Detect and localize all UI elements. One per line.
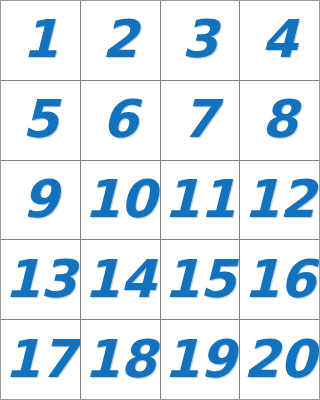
number-label: 17	[4, 333, 76, 385]
number-label: 12	[243, 173, 315, 225]
number-label: 2	[102, 13, 138, 65]
grid-cell-12: 12	[240, 161, 319, 240]
grid-cell-4: 4	[240, 1, 319, 80]
grid-cell-6: 6	[81, 81, 160, 160]
number-label: 7	[182, 93, 218, 145]
grid-cell-13: 13	[1, 240, 80, 319]
number-label: 8	[262, 93, 298, 145]
grid-cell-11: 11	[161, 161, 240, 240]
grid-cell-9: 9	[1, 161, 80, 240]
number-label: 9	[22, 173, 58, 225]
number-label: 14	[84, 253, 156, 305]
grid-cell-15: 15	[161, 240, 240, 319]
number-grid: 1234567891011121314151617181920	[0, 0, 320, 400]
number-label: 19	[164, 333, 236, 385]
grid-cell-5: 5	[1, 81, 80, 160]
number-label: 1	[22, 13, 58, 65]
number-label: 10	[84, 173, 156, 225]
grid-cell-19: 19	[161, 320, 240, 399]
grid-cell-20: 20	[240, 320, 319, 399]
grid-cell-17: 17	[1, 320, 80, 399]
grid-cell-10: 10	[81, 161, 160, 240]
number-label: 4	[262, 13, 298, 65]
grid-cell-2: 2	[81, 1, 160, 80]
grid-cell-8: 8	[240, 81, 319, 160]
number-label: 20	[243, 333, 315, 385]
number-label: 11	[164, 173, 236, 225]
grid-cell-14: 14	[81, 240, 160, 319]
number-label: 13	[4, 253, 76, 305]
grid-cell-1: 1	[1, 1, 80, 80]
number-label: 6	[102, 93, 138, 145]
number-label: 5	[22, 93, 58, 145]
grid-cell-18: 18	[81, 320, 160, 399]
number-chart: 1234567891011121314151617181920	[0, 0, 320, 400]
grid-cell-3: 3	[161, 1, 240, 80]
number-label: 18	[84, 333, 156, 385]
grid-cell-16: 16	[240, 240, 319, 319]
number-label: 3	[182, 13, 218, 65]
number-label: 15	[164, 253, 236, 305]
grid-cell-7: 7	[161, 81, 240, 160]
number-label: 16	[243, 253, 315, 305]
